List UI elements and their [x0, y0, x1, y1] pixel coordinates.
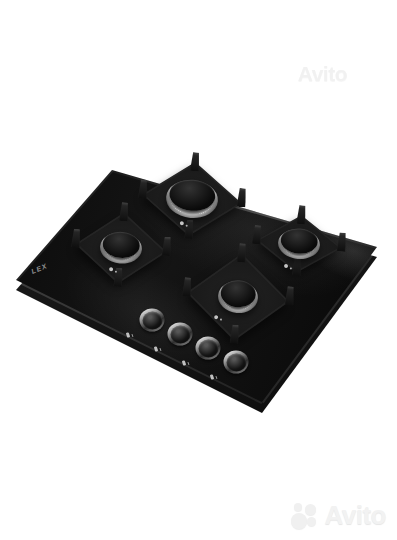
avito-watermark-bottom: Avito [291, 500, 386, 531]
grate-prong [237, 188, 248, 208]
avito-watermark-top: Avito [298, 62, 347, 86]
control-knob-1 [140, 309, 165, 332]
burner-left [72, 208, 170, 288]
control-knob-4 [224, 351, 249, 374]
avito-wordmark: Avito [324, 500, 386, 531]
knob-face [142, 311, 162, 329]
burner-front [182, 249, 293, 346]
knob-face [170, 325, 190, 343]
knob-face [226, 353, 246, 371]
avito-logo-icon [291, 502, 319, 530]
control-knob-2 [168, 323, 193, 346]
control-knob-3 [196, 337, 221, 360]
product-photo: LEX [0, 0, 397, 540]
avito-wordmark: Avito [298, 62, 347, 86]
knob-face [198, 339, 218, 357]
